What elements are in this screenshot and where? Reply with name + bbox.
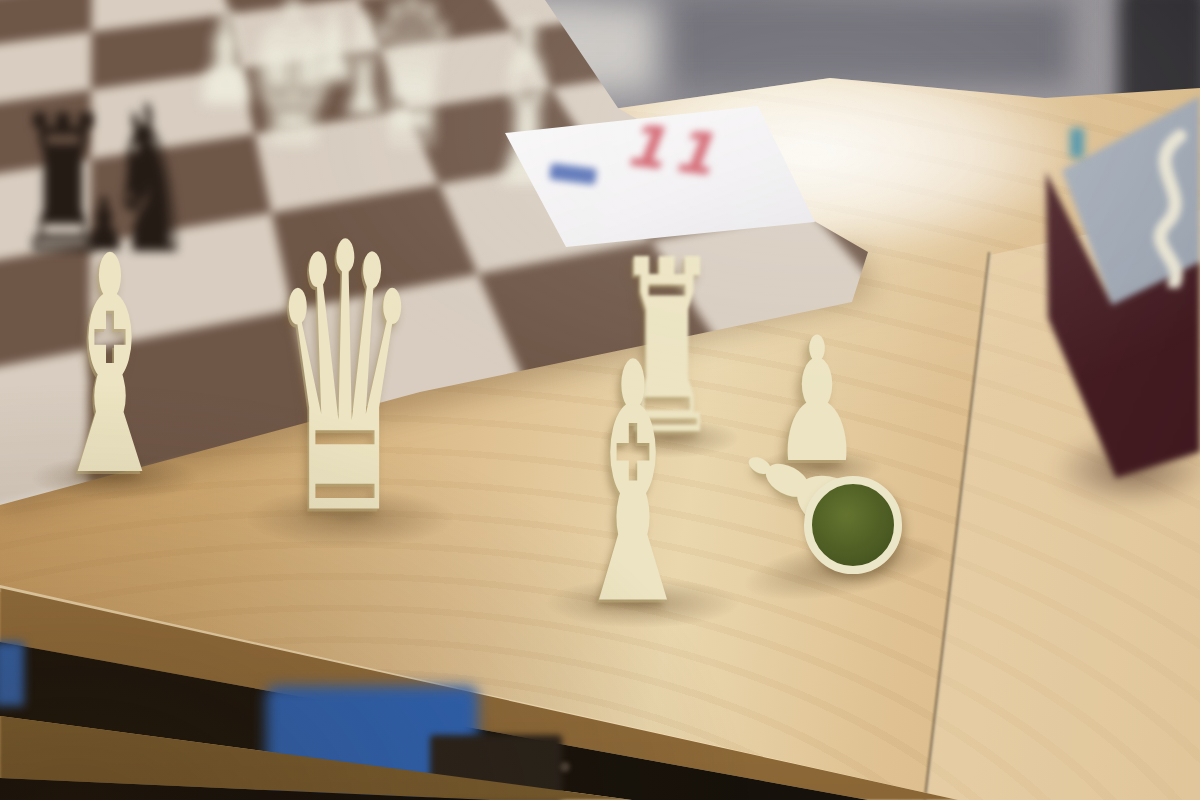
scene: ♜ ♞ ♟ ♟ ♚ ♟ ♝ ♛ ♝ 11 ♝ ♛ ♜ ♝ ♟ ♟ [0,0,1200,800]
teal-glint [1070,128,1084,158]
fallen-pawn-felt-base [804,476,902,574]
clock-box-cable [1128,128,1200,288]
blue-object-left [0,642,24,706]
bracket-screw [560,762,570,772]
